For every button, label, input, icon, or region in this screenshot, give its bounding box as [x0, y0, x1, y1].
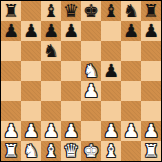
- square-g5[interactable]: [121, 61, 141, 81]
- square-b7[interactable]: ♟: [21, 21, 41, 41]
- square-d1[interactable]: ♛: [61, 141, 81, 161]
- square-c2[interactable]: ♟: [41, 121, 61, 141]
- square-e2[interactable]: [81, 121, 101, 141]
- chess-board-frame: ♜♝♛♚♝♞♜♟♟♟♟♟♟♞♞♟♟♟♟♟♟♟♟♟♜♞♝♛♚♝♜: [0, 0, 162, 162]
- square-d7[interactable]: ♟: [61, 21, 81, 41]
- white-knight[interactable]: ♞: [81, 61, 101, 81]
- square-f8[interactable]: ♝: [101, 1, 121, 21]
- square-a6[interactable]: [1, 41, 21, 61]
- square-h3[interactable]: [141, 101, 161, 121]
- white-bishop[interactable]: ♝: [101, 141, 121, 161]
- black-knight[interactable]: ♞: [121, 1, 141, 21]
- white-pawn[interactable]: ♟: [101, 121, 121, 141]
- square-b5[interactable]: [21, 61, 41, 81]
- square-f3[interactable]: [101, 101, 121, 121]
- square-b1[interactable]: ♞: [21, 141, 41, 161]
- square-a8[interactable]: ♜: [1, 1, 21, 21]
- square-g3[interactable]: [121, 101, 141, 121]
- square-g2[interactable]: ♟: [121, 121, 141, 141]
- square-f6[interactable]: [101, 41, 121, 61]
- black-bishop[interactable]: ♝: [41, 1, 61, 21]
- white-knight[interactable]: ♞: [21, 141, 41, 161]
- white-rook[interactable]: ♜: [1, 141, 21, 161]
- square-c4[interactable]: [41, 81, 61, 101]
- chess-board: ♜♝♛♚♝♞♜♟♟♟♟♟♟♞♞♟♟♟♟♟♟♟♟♟♜♞♝♛♚♝♜: [1, 1, 161, 161]
- white-king[interactable]: ♚: [81, 141, 101, 161]
- square-a4[interactable]: [1, 81, 21, 101]
- square-h5[interactable]: [141, 61, 161, 81]
- black-pawn[interactable]: ♟: [141, 21, 161, 41]
- square-d4[interactable]: [61, 81, 81, 101]
- square-d8[interactable]: ♛: [61, 1, 81, 21]
- square-b2[interactable]: ♟: [21, 121, 41, 141]
- square-g4[interactable]: [121, 81, 141, 101]
- white-pawn[interactable]: ♟: [21, 121, 41, 141]
- square-e6[interactable]: [81, 41, 101, 61]
- white-pawn[interactable]: ♟: [121, 121, 141, 141]
- square-g6[interactable]: [121, 41, 141, 61]
- white-pawn[interactable]: ♟: [41, 121, 61, 141]
- black-king[interactable]: ♚: [81, 1, 101, 21]
- square-h6[interactable]: [141, 41, 161, 61]
- black-pawn[interactable]: ♟: [41, 21, 61, 41]
- black-rook[interactable]: ♜: [1, 1, 21, 21]
- black-knight[interactable]: ♞: [41, 41, 61, 61]
- square-c8[interactable]: ♝: [41, 1, 61, 21]
- white-pawn[interactable]: ♟: [141, 121, 161, 141]
- square-e8[interactable]: ♚: [81, 1, 101, 21]
- black-pawn[interactable]: ♟: [61, 21, 81, 41]
- square-f5[interactable]: ♟: [101, 61, 121, 81]
- black-bishop[interactable]: ♝: [101, 1, 121, 21]
- black-pawn[interactable]: ♟: [1, 21, 21, 41]
- square-e3[interactable]: [81, 101, 101, 121]
- square-g7[interactable]: ♟: [121, 21, 141, 41]
- square-h8[interactable]: ♜: [141, 1, 161, 21]
- square-g1[interactable]: [121, 141, 141, 161]
- square-g8[interactable]: ♞: [121, 1, 141, 21]
- square-h7[interactable]: ♟: [141, 21, 161, 41]
- black-queen[interactable]: ♛: [61, 1, 81, 21]
- square-h4[interactable]: [141, 81, 161, 101]
- square-c6[interactable]: ♞: [41, 41, 61, 61]
- black-pawn[interactable]: ♟: [21, 21, 41, 41]
- square-a3[interactable]: [1, 101, 21, 121]
- square-c1[interactable]: ♝: [41, 141, 61, 161]
- square-b8[interactable]: [21, 1, 41, 21]
- black-pawn[interactable]: ♟: [101, 61, 121, 81]
- black-pawn[interactable]: ♟: [121, 21, 141, 41]
- square-a2[interactable]: ♟: [1, 121, 21, 141]
- white-pawn[interactable]: ♟: [1, 121, 21, 141]
- square-e1[interactable]: ♚: [81, 141, 101, 161]
- white-queen[interactable]: ♛: [61, 141, 81, 161]
- square-a7[interactable]: ♟: [1, 21, 21, 41]
- square-c7[interactable]: ♟: [41, 21, 61, 41]
- black-rook[interactable]: ♜: [141, 1, 161, 21]
- square-e5[interactable]: ♞: [81, 61, 101, 81]
- square-h2[interactable]: ♟: [141, 121, 161, 141]
- square-d6[interactable]: [61, 41, 81, 61]
- square-b6[interactable]: [21, 41, 41, 61]
- square-b4[interactable]: [21, 81, 41, 101]
- square-h1[interactable]: ♜: [141, 141, 161, 161]
- square-b3[interactable]: [21, 101, 41, 121]
- square-f2[interactable]: ♟: [101, 121, 121, 141]
- square-d5[interactable]: [61, 61, 81, 81]
- square-d2[interactable]: ♟: [61, 121, 81, 141]
- square-c3[interactable]: [41, 101, 61, 121]
- square-e4[interactable]: ♟: [81, 81, 101, 101]
- square-a1[interactable]: ♜: [1, 141, 21, 161]
- square-e7[interactable]: [81, 21, 101, 41]
- square-f1[interactable]: ♝: [101, 141, 121, 161]
- white-pawn[interactable]: ♟: [81, 81, 101, 101]
- square-f7[interactable]: [101, 21, 121, 41]
- white-pawn[interactable]: ♟: [61, 121, 81, 141]
- white-bishop[interactable]: ♝: [41, 141, 61, 161]
- square-c5[interactable]: [41, 61, 61, 81]
- square-d3[interactable]: [61, 101, 81, 121]
- square-a5[interactable]: [1, 61, 21, 81]
- square-f4[interactable]: [101, 81, 121, 101]
- white-rook[interactable]: ♜: [141, 141, 161, 161]
